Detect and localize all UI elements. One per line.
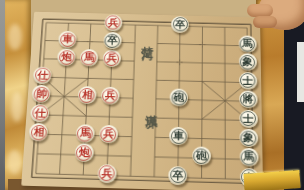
red-advisor-glyph: 仕 [37,70,48,80]
red-soldier[interactable]: 兵 [101,87,120,105]
black-soldier-glyph: 卒 [172,170,183,181]
red-horse-glyph: 馬 [84,53,95,63]
red-advisor[interactable]: 仕 [33,66,52,84]
black-soldier[interactable]: 卒 [168,166,187,185]
black-elephant-glyph: 象 [243,133,254,144]
black-advisor-glyph: 士 [243,113,254,124]
red-soldier[interactable]: 兵 [104,14,122,31]
pieces-layer: 仕帥仕相車炮馬相馬炮兵兵兵兵兵卒卒砲車卒砲馬象士將士象馬車 [23,13,261,189]
black-advisor-glyph: 士 [242,76,253,86]
red-elephant[interactable]: 相 [78,86,97,104]
black-cannon-glyph: 砲 [196,151,207,162]
red-soldier[interactable]: 兵 [102,50,121,68]
chair-edge [297,42,304,102]
xiangqi-board: 楚河 漢界 仕帥仕相車炮馬相馬炮兵兵兵兵兵卒卒砲車卒砲馬象士將士象馬車 [21,12,263,190]
black-elephant[interactable]: 象 [238,54,256,72]
black-chariot-glyph: 車 [173,131,184,142]
red-soldier[interactable]: 兵 [97,164,117,183]
red-cannon[interactable]: 炮 [74,144,94,163]
red-cannon[interactable]: 炮 [57,49,76,67]
black-advisor[interactable]: 士 [239,109,258,127]
red-horse-glyph: 馬 [80,128,91,139]
photo-scene: 楚河 漢界 仕帥仕相車炮馬相馬炮兵兵兵兵兵卒卒砲車卒砲馬象士將士象馬車 [0,0,304,190]
red-chariot[interactable]: 車 [58,31,77,48]
red-elephant-glyph: 相 [82,90,93,100]
black-elephant-glyph: 象 [242,57,253,67]
black-soldier[interactable]: 卒 [171,16,189,33]
black-advisor[interactable]: 士 [239,72,257,90]
red-advisor[interactable]: 仕 [30,104,50,122]
gold-table-trim [243,170,300,190]
black-cannon[interactable]: 砲 [170,89,189,107]
red-soldier-glyph: 兵 [108,18,119,28]
black-horse[interactable]: 馬 [238,35,256,52]
black-horse-glyph: 馬 [243,152,254,163]
red-soldier-glyph: 兵 [101,168,112,179]
black-elephant[interactable]: 象 [239,129,258,148]
black-horse-glyph: 馬 [242,39,253,49]
black-general-glyph: 將 [243,94,254,104]
player-hand [245,0,304,38]
red-general[interactable]: 帥 [32,85,51,103]
marble-vein [7,150,22,174]
black-soldier-glyph: 卒 [107,36,118,46]
marble-vein [8,24,22,50]
black-horse[interactable]: 馬 [239,148,258,167]
red-soldier-glyph: 兵 [106,54,117,64]
red-chariot-glyph: 車 [62,34,73,44]
black-general[interactable]: 將 [239,91,258,109]
red-cannon-glyph: 炮 [79,148,90,159]
red-advisor-glyph: 仕 [34,108,45,119]
black-cannon[interactable]: 砲 [192,147,211,166]
red-cannon-glyph: 炮 [61,52,72,62]
black-cannon-glyph: 砲 [174,92,185,102]
marble-vein [11,92,23,122]
red-elephant[interactable]: 相 [29,123,49,142]
hand-finger [253,16,277,28]
red-soldier-glyph: 兵 [105,91,116,101]
red-horse[interactable]: 馬 [80,49,99,67]
red-elephant-glyph: 相 [33,127,44,138]
red-soldier-glyph: 兵 [103,129,114,140]
black-chariot[interactable]: 車 [169,127,188,146]
red-soldier[interactable]: 兵 [99,125,118,144]
board-perspective-wrap: 楚河 漢界 仕帥仕相車炮馬相馬炮兵兵兵兵兵卒卒砲車卒砲馬象士將士象馬車 [21,12,263,190]
red-horse[interactable]: 馬 [75,124,94,143]
red-general-glyph: 帥 [36,89,47,99]
black-soldier-glyph: 卒 [175,19,185,29]
black-soldier[interactable]: 卒 [103,32,122,49]
